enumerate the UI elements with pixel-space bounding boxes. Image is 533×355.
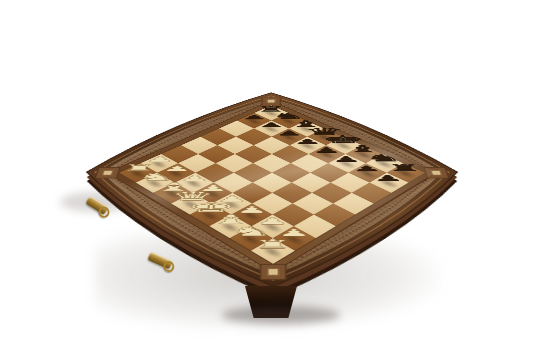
piece-black-pawn-g7[interactable]: ♟ <box>351 164 382 172</box>
piece-black-pawn-d7[interactable]: ♟ <box>293 138 321 145</box>
corner-tab <box>260 264 287 280</box>
piece-black-rook-h8[interactable]: ♜ <box>386 163 422 172</box>
piece-black-pawn-a7[interactable]: ♟ <box>241 114 268 120</box>
piece-black-pawn-h7[interactable]: ♟ <box>372 174 404 182</box>
piece-black-pawn-b7[interactable]: ♟ <box>258 121 285 127</box>
piece-white-pawn-a2[interactable]: ♟ <box>145 155 175 162</box>
corner-tab <box>95 167 120 178</box>
piece-black-knight-g8[interactable]: ♞ <box>364 153 404 163</box>
piece-white-pawn-h2[interactable]: ♟ <box>277 227 311 237</box>
piece-white-rook-h1[interactable]: ♜ <box>253 238 292 250</box>
piece-black-pawn-f7[interactable]: ♟ <box>331 155 361 162</box>
corner-tab <box>424 167 450 178</box>
piece-white-knight-g1[interactable]: ♞ <box>230 225 273 238</box>
chess-set-photo: ♜♞♟♝♟♛♟♚♟♝♟♞♟♟♜♟♟♜♟♟♞♟♝♟♛♟♚♟♝♟♞♜ <box>0 0 533 355</box>
scene: ♜♞♟♝♟♛♟♚♟♝♟♞♟♟♜♟♟♜♟♟♞♟♝♟♛♟♚♟♝♟♞♜ <box>0 0 533 355</box>
piece-black-pawn-c7[interactable]: ♟ <box>275 129 303 136</box>
piece-black-pawn-e7[interactable]: ♟ <box>312 146 341 153</box>
